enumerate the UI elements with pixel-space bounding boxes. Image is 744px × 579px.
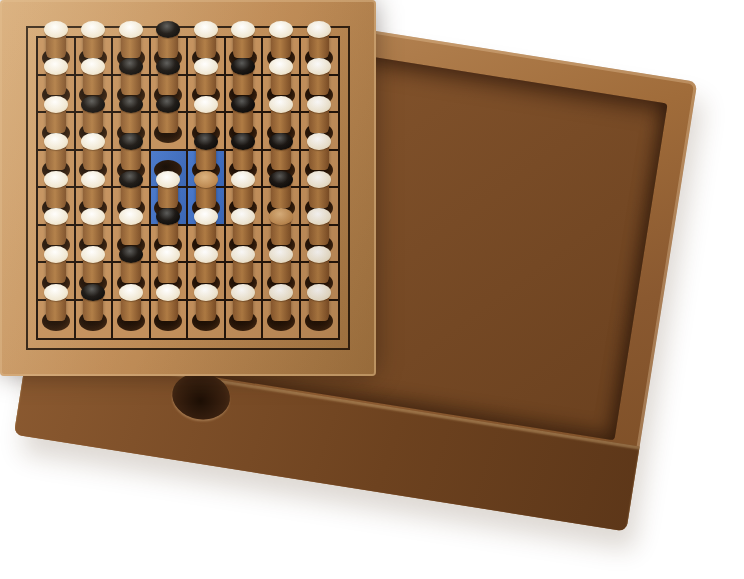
peg-top-face	[231, 171, 255, 188]
peg-top-face	[119, 133, 143, 150]
peg-top-face	[194, 133, 218, 150]
peg-top-face	[231, 246, 255, 263]
peg-top-face	[44, 208, 68, 225]
peg-top-face	[269, 96, 293, 113]
peg-top-face	[119, 58, 143, 75]
peg-top-face	[119, 246, 143, 263]
peg-top-face	[307, 21, 331, 38]
peg-top-face	[194, 246, 218, 263]
cell-g8[interactable]	[263, 301, 301, 339]
product-photo-scene	[0, 0, 744, 579]
peg-top-face	[44, 246, 68, 263]
peg-top-face	[269, 208, 293, 225]
cell-f8[interactable]	[226, 301, 264, 339]
peg-top-face	[81, 171, 105, 188]
peg-top-face	[119, 21, 143, 38]
peg-top-face	[194, 284, 218, 301]
peg-top-face	[44, 96, 68, 113]
peg-top-face	[44, 58, 68, 75]
peg-top-face	[81, 246, 105, 263]
peg-top-face	[269, 284, 293, 301]
peg-top-face	[81, 96, 105, 113]
peg-top-face	[231, 96, 255, 113]
peg-top-face	[307, 96, 331, 113]
peg-top-face	[307, 171, 331, 188]
peg-top-face	[44, 284, 68, 301]
peg-top-face	[194, 96, 218, 113]
peg-top-face	[119, 208, 143, 225]
peg-top-face	[156, 96, 180, 113]
peg-top-face	[119, 171, 143, 188]
peg-top-face	[194, 58, 218, 75]
peg-top-face	[269, 246, 293, 263]
peg-top-face	[231, 21, 255, 38]
cell-d8[interactable]	[151, 301, 189, 339]
cell-h8[interactable]	[301, 301, 339, 339]
peg-top-face	[307, 246, 331, 263]
peg-top-face	[269, 171, 293, 188]
cell-d3[interactable]	[151, 113, 189, 151]
peg-top-face	[194, 208, 218, 225]
peg-top-face	[269, 21, 293, 38]
cell-a8[interactable]	[38, 301, 76, 339]
cell-e8[interactable]	[188, 301, 226, 339]
game-board	[0, 0, 376, 376]
peg-top-face	[44, 133, 68, 150]
peg-top-face	[269, 58, 293, 75]
cell-b8[interactable]	[76, 301, 114, 339]
peg-top-face	[156, 246, 180, 263]
peg-top-face	[119, 96, 143, 113]
peg-top-face	[81, 21, 105, 38]
cell-c8[interactable]	[113, 301, 151, 339]
peg-top-face	[156, 171, 180, 188]
peg-top-face	[194, 21, 218, 38]
peg-top-face	[119, 284, 143, 301]
peg-top-face	[194, 171, 218, 188]
board-grid	[36, 36, 340, 340]
peg-top-face	[44, 171, 68, 188]
peg-top-face	[44, 21, 68, 38]
peg-top-face	[156, 21, 180, 38]
peg-top-face	[269, 133, 293, 150]
